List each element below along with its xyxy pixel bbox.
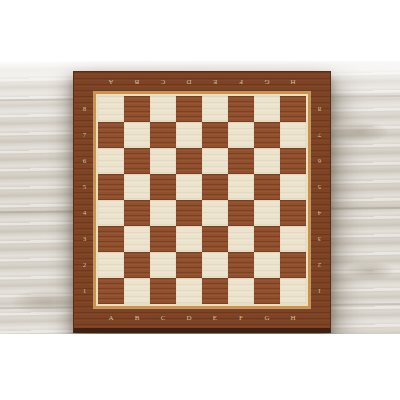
square-c5	[150, 174, 176, 200]
files-top-label: F	[228, 77, 254, 88]
square-h4	[280, 200, 306, 226]
ranks-right-label: 4	[314, 200, 325, 226]
square-d2	[176, 252, 202, 278]
product-photo: ABCDEFGH ABCDEFGH 87654321 87654321	[0, 61, 400, 334]
square-h3	[280, 226, 306, 252]
square-d7	[176, 122, 202, 148]
chess-board: ABCDEFGH ABCDEFGH 87654321 87654321	[73, 71, 331, 333]
square-b8	[124, 96, 150, 122]
boxwood-inlay-border	[94, 92, 310, 308]
square-e5	[202, 174, 228, 200]
square-c3	[150, 226, 176, 252]
files-top-label: A	[98, 77, 124, 88]
files-top-label: H	[280, 77, 306, 88]
square-g4	[254, 200, 280, 226]
page-background: ABCDEFGH ABCDEFGH 87654321 87654321	[0, 0, 400, 400]
square-g8	[254, 96, 280, 122]
square-d4	[176, 200, 202, 226]
files-bottom-label: C	[150, 312, 176, 323]
square-a7	[98, 122, 124, 148]
square-f2	[228, 252, 254, 278]
square-f8	[228, 96, 254, 122]
square-e7	[202, 122, 228, 148]
file-labels-top: ABCDEFGH	[98, 77, 306, 88]
files-bottom-label: E	[202, 312, 228, 323]
square-d3	[176, 226, 202, 252]
square-c4	[150, 200, 176, 226]
square-h1	[280, 278, 306, 304]
files-top-label: E	[202, 77, 228, 88]
square-d5	[176, 174, 202, 200]
square-d8	[176, 96, 202, 122]
files-top-label: B	[124, 77, 150, 88]
square-f1	[228, 278, 254, 304]
square-c1	[150, 278, 176, 304]
square-b3	[124, 226, 150, 252]
square-d6	[176, 148, 202, 174]
square-b5	[124, 174, 150, 200]
ranks-right-label: 7	[314, 122, 325, 148]
square-f7	[228, 122, 254, 148]
square-f4	[228, 200, 254, 226]
files-top-label: C	[150, 77, 176, 88]
square-b7	[124, 122, 150, 148]
square-g3	[254, 226, 280, 252]
board-grid	[98, 96, 306, 304]
square-a8	[98, 96, 124, 122]
ranks-left-label: 2	[79, 252, 90, 278]
square-f3	[228, 226, 254, 252]
files-top-label: D	[176, 77, 202, 88]
files-bottom-label: G	[254, 312, 280, 323]
square-e8	[202, 96, 228, 122]
square-g6	[254, 148, 280, 174]
square-a5	[98, 174, 124, 200]
square-a1	[98, 278, 124, 304]
square-h7	[280, 122, 306, 148]
square-a2	[98, 252, 124, 278]
square-b4	[124, 200, 150, 226]
files-bottom-label: H	[280, 312, 306, 323]
square-b6	[124, 148, 150, 174]
square-h6	[280, 148, 306, 174]
ranks-left-label: 7	[79, 122, 90, 148]
files-bottom-label: A	[98, 312, 124, 323]
square-c8	[150, 96, 176, 122]
square-c2	[150, 252, 176, 278]
square-h5	[280, 174, 306, 200]
square-a4	[98, 200, 124, 226]
ranks-left-label: 1	[79, 278, 90, 304]
square-e6	[202, 148, 228, 174]
square-f6	[228, 148, 254, 174]
square-b2	[124, 252, 150, 278]
square-a3	[98, 226, 124, 252]
square-a6	[98, 148, 124, 174]
ranks-right-label: 6	[314, 148, 325, 174]
file-labels-bottom: ABCDEFGH	[98, 312, 306, 323]
square-g5	[254, 174, 280, 200]
square-b1	[124, 278, 150, 304]
files-bottom-label: F	[228, 312, 254, 323]
rank-labels-left: 87654321	[79, 96, 90, 304]
square-e4	[202, 200, 228, 226]
square-e1	[202, 278, 228, 304]
ranks-right-label: 1	[314, 278, 325, 304]
square-c6	[150, 148, 176, 174]
rank-labels-right: 87654321	[314, 96, 325, 304]
files-top-label: G	[254, 77, 280, 88]
ranks-left-label: 3	[79, 226, 90, 252]
ranks-right-label: 8	[314, 96, 325, 122]
files-bottom-label: B	[124, 312, 150, 323]
ranks-left-label: 4	[79, 200, 90, 226]
ranks-right-label: 3	[314, 226, 325, 252]
square-h8	[280, 96, 306, 122]
ranks-right-label: 5	[314, 174, 325, 200]
ranks-right-label: 2	[314, 252, 325, 278]
square-c7	[150, 122, 176, 148]
square-d1	[176, 278, 202, 304]
square-g2	[254, 252, 280, 278]
ranks-left-label: 6	[79, 148, 90, 174]
files-bottom-label: D	[176, 312, 202, 323]
square-f5	[228, 174, 254, 200]
ranks-left-label: 5	[79, 174, 90, 200]
square-g7	[254, 122, 280, 148]
square-e2	[202, 252, 228, 278]
square-e3	[202, 226, 228, 252]
ranks-left-label: 8	[79, 96, 90, 122]
square-h2	[280, 252, 306, 278]
square-g1	[254, 278, 280, 304]
